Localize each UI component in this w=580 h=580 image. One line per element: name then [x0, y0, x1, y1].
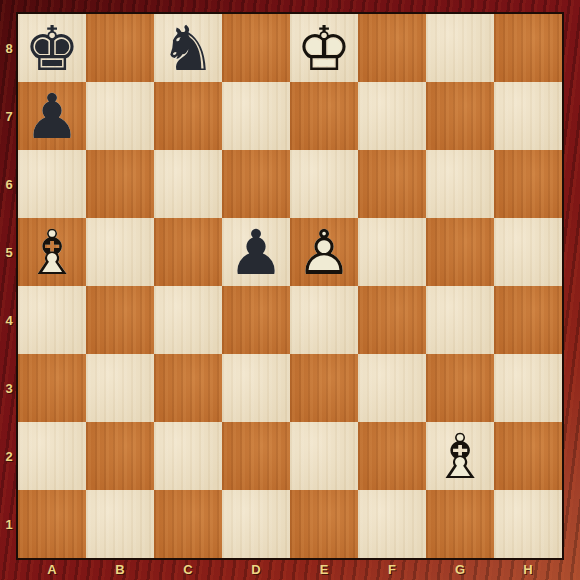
- square-g3[interactable]: [426, 354, 494, 422]
- square-c8[interactable]: ♘♞: [154, 14, 222, 82]
- rank-label-7: 7: [0, 82, 18, 150]
- square-a1[interactable]: [18, 490, 86, 558]
- file-label-b: B: [86, 558, 154, 580]
- square-a3[interactable]: [18, 354, 86, 422]
- square-e5[interactable]: ♟♙: [290, 218, 358, 286]
- square-g2[interactable]: ♝♗: [426, 422, 494, 490]
- square-g6[interactable]: [426, 150, 494, 218]
- rank-label-5: 5: [0, 218, 18, 286]
- square-b1[interactable]: [86, 490, 154, 558]
- square-f1[interactable]: [358, 490, 426, 558]
- pawn-outline-glyph: ♙: [290, 218, 358, 286]
- square-h3[interactable]: [494, 354, 562, 422]
- square-c6[interactable]: [154, 150, 222, 218]
- black-pawn[interactable]: ♙♟: [18, 82, 86, 150]
- rank-label-2: 2: [0, 422, 18, 490]
- square-f2[interactable]: [358, 422, 426, 490]
- rank-label-1: 1: [0, 490, 18, 558]
- file-label-d: D: [222, 558, 290, 580]
- pawn-fill-glyph: ♟: [18, 82, 86, 150]
- square-a8[interactable]: ♔♚: [18, 14, 86, 82]
- rank-label-8: 8: [0, 14, 18, 82]
- king-fill-glyph: ♚: [18, 14, 86, 82]
- square-c2[interactable]: [154, 422, 222, 490]
- square-e6[interactable]: [290, 150, 358, 218]
- black-pawn[interactable]: ♙♟: [222, 218, 290, 286]
- square-e1[interactable]: [290, 490, 358, 558]
- file-label-a: A: [18, 558, 86, 580]
- square-e8[interactable]: ♚♔: [290, 14, 358, 82]
- black-king[interactable]: ♔♚: [18, 14, 86, 82]
- white-bishop[interactable]: ♝♗: [426, 422, 494, 490]
- square-h1[interactable]: [494, 490, 562, 558]
- square-h7[interactable]: [494, 82, 562, 150]
- square-f3[interactable]: [358, 354, 426, 422]
- square-a2[interactable]: [18, 422, 86, 490]
- king-outline-glyph: ♔: [290, 14, 358, 82]
- square-f8[interactable]: [358, 14, 426, 82]
- file-label-c: C: [154, 558, 222, 580]
- square-d1[interactable]: [222, 490, 290, 558]
- white-pawn[interactable]: ♟♙: [290, 218, 358, 286]
- square-g4[interactable]: [426, 286, 494, 354]
- knight-fill-glyph: ♞: [154, 14, 222, 82]
- file-label-h: H: [494, 558, 562, 580]
- file-label-f: F: [358, 558, 426, 580]
- square-f6[interactable]: [358, 150, 426, 218]
- square-e2[interactable]: [290, 422, 358, 490]
- square-e7[interactable]: [290, 82, 358, 150]
- square-a6[interactable]: [18, 150, 86, 218]
- square-g8[interactable]: [426, 14, 494, 82]
- square-c3[interactable]: [154, 354, 222, 422]
- square-d3[interactable]: [222, 354, 290, 422]
- black-knight[interactable]: ♘♞: [154, 14, 222, 82]
- white-king[interactable]: ♚♔: [290, 14, 358, 82]
- rank-label-3: 3: [0, 354, 18, 422]
- square-c5[interactable]: [154, 218, 222, 286]
- square-b6[interactable]: [86, 150, 154, 218]
- square-h2[interactable]: [494, 422, 562, 490]
- square-e3[interactable]: [290, 354, 358, 422]
- square-d2[interactable]: [222, 422, 290, 490]
- file-labels: ABCDEFGH: [18, 558, 562, 580]
- chess-board[interactable]: ♔♚♘♞♚♔♙♟♝♗♙♟♟♙♝♗: [18, 14, 562, 558]
- square-b3[interactable]: [86, 354, 154, 422]
- square-g5[interactable]: [426, 218, 494, 286]
- square-a5[interactable]: ♝♗: [18, 218, 86, 286]
- square-b7[interactable]: [86, 82, 154, 150]
- square-d7[interactable]: [222, 82, 290, 150]
- square-b8[interactable]: [86, 14, 154, 82]
- square-c1[interactable]: [154, 490, 222, 558]
- square-h5[interactable]: [494, 218, 562, 286]
- square-d8[interactable]: [222, 14, 290, 82]
- rank-labels: 87654321: [0, 14, 18, 558]
- square-d6[interactable]: [222, 150, 290, 218]
- square-b5[interactable]: [86, 218, 154, 286]
- file-label-e: E: [290, 558, 358, 580]
- bishop-outline-glyph: ♗: [426, 422, 494, 490]
- square-c7[interactable]: [154, 82, 222, 150]
- square-f4[interactable]: [358, 286, 426, 354]
- square-f5[interactable]: [358, 218, 426, 286]
- square-g7[interactable]: [426, 82, 494, 150]
- square-b4[interactable]: [86, 286, 154, 354]
- square-h6[interactable]: [494, 150, 562, 218]
- white-bishop[interactable]: ♝♗: [18, 218, 86, 286]
- square-c4[interactable]: [154, 286, 222, 354]
- board-frame: 87654321 ABCDEFGH ♔♚♘♞♚♔♙♟♝♗♙♟♟♙♝♗: [0, 0, 580, 580]
- square-h8[interactable]: [494, 14, 562, 82]
- square-a4[interactable]: [18, 286, 86, 354]
- square-g1[interactable]: [426, 490, 494, 558]
- rank-label-4: 4: [0, 286, 18, 354]
- pawn-fill-glyph: ♟: [222, 218, 290, 286]
- square-e4[interactable]: [290, 286, 358, 354]
- square-f7[interactable]: [358, 82, 426, 150]
- bishop-outline-glyph: ♗: [18, 218, 86, 286]
- square-h4[interactable]: [494, 286, 562, 354]
- file-label-g: G: [426, 558, 494, 580]
- square-d5[interactable]: ♙♟: [222, 218, 290, 286]
- square-b2[interactable]: [86, 422, 154, 490]
- square-a7[interactable]: ♙♟: [18, 82, 86, 150]
- square-d4[interactable]: [222, 286, 290, 354]
- rank-label-6: 6: [0, 150, 18, 218]
